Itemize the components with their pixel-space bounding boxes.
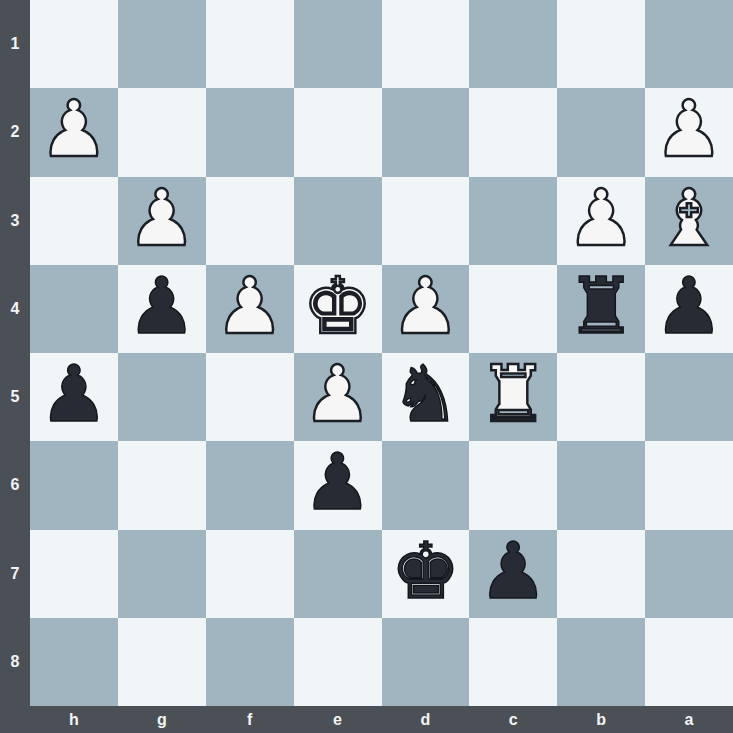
rank-label-3: 3: [0, 177, 30, 265]
black-pawn[interactable]: ♟: [39, 355, 109, 433]
square-f8[interactable]: [206, 618, 294, 706]
white-pawn[interactable]: ♟: [654, 90, 724, 168]
square-c7[interactable]: ♟: [469, 530, 557, 618]
file-label-c: c: [469, 706, 557, 733]
square-a3[interactable]: ♝: [645, 177, 733, 265]
square-c1[interactable]: [469, 0, 557, 88]
square-h7[interactable]: [30, 530, 118, 618]
file-label-g: g: [118, 706, 206, 733]
square-h3[interactable]: [30, 177, 118, 265]
square-a2[interactable]: ♟: [645, 88, 733, 176]
square-c2[interactable]: [469, 88, 557, 176]
rank-label-5: 5: [0, 353, 30, 441]
rank-label-2: 2: [0, 88, 30, 176]
square-b5[interactable]: [557, 353, 645, 441]
file-labels: h g f e d c b a: [30, 706, 733, 733]
file-label-b: b: [557, 706, 645, 733]
square-e4[interactable]: ♚: [294, 265, 382, 353]
rank-labels: 1 2 3 4 5 6 7 8: [0, 0, 30, 706]
square-b4[interactable]: ♜: [557, 265, 645, 353]
white-bishop[interactable]: ♝: [654, 179, 724, 257]
file-label-h: h: [30, 706, 118, 733]
square-g1[interactable]: [118, 0, 206, 88]
square-b6[interactable]: [557, 441, 645, 529]
square-h5[interactable]: ♟: [30, 353, 118, 441]
square-d3[interactable]: [382, 177, 470, 265]
square-b7[interactable]: [557, 530, 645, 618]
square-e3[interactable]: [294, 177, 382, 265]
square-f3[interactable]: [206, 177, 294, 265]
chess-diagram: 1 2 3 4 5 6 7 8 ♟♟♟♟♝♟♟♚♟♜♟♟♟♞♜♟♚♟ h g f…: [0, 0, 733, 733]
square-e7[interactable]: [294, 530, 382, 618]
white-pawn[interactable]: ♟: [39, 90, 109, 168]
square-c8[interactable]: [469, 618, 557, 706]
file-label-a: a: [645, 706, 733, 733]
white-pawn[interactable]: ♟: [215, 267, 285, 345]
black-king[interactable]: ♚: [390, 532, 460, 610]
rank-label-8: 8: [0, 618, 30, 706]
white-king[interactable]: ♚: [303, 267, 373, 345]
square-h6[interactable]: [30, 441, 118, 529]
square-h4[interactable]: [30, 265, 118, 353]
square-e2[interactable]: [294, 88, 382, 176]
square-e8[interactable]: [294, 618, 382, 706]
square-e1[interactable]: [294, 0, 382, 88]
square-d7[interactable]: ♚: [382, 530, 470, 618]
file-label-e: e: [294, 706, 382, 733]
rank-label-4: 4: [0, 265, 30, 353]
square-g5[interactable]: [118, 353, 206, 441]
square-h8[interactable]: [30, 618, 118, 706]
black-pawn[interactable]: ♟: [654, 267, 724, 345]
black-knight[interactable]: ♞: [390, 355, 460, 433]
white-pawn[interactable]: ♟: [566, 179, 636, 257]
white-pawn[interactable]: ♟: [303, 355, 373, 433]
square-d2[interactable]: [382, 88, 470, 176]
square-e5[interactable]: ♟: [294, 353, 382, 441]
square-b8[interactable]: [557, 618, 645, 706]
square-d6[interactable]: [382, 441, 470, 529]
square-f7[interactable]: [206, 530, 294, 618]
square-f6[interactable]: [206, 441, 294, 529]
black-pawn[interactable]: ♟: [303, 443, 373, 521]
rank-label-7: 7: [0, 530, 30, 618]
square-c6[interactable]: [469, 441, 557, 529]
white-pawn[interactable]: ♟: [127, 179, 197, 257]
square-h2[interactable]: ♟: [30, 88, 118, 176]
square-b1[interactable]: [557, 0, 645, 88]
square-c3[interactable]: [469, 177, 557, 265]
black-pawn[interactable]: ♟: [478, 532, 548, 610]
square-g7[interactable]: [118, 530, 206, 618]
rank-label-1: 1: [0, 0, 30, 88]
file-label-d: d: [382, 706, 470, 733]
square-a5[interactable]: [645, 353, 733, 441]
square-c4[interactable]: [469, 265, 557, 353]
square-d4[interactable]: ♟: [382, 265, 470, 353]
square-f4[interactable]: ♟: [206, 265, 294, 353]
square-g8[interactable]: [118, 618, 206, 706]
square-g2[interactable]: [118, 88, 206, 176]
white-pawn[interactable]: ♟: [390, 267, 460, 345]
square-d5[interactable]: ♞: [382, 353, 470, 441]
square-c5[interactable]: ♜: [469, 353, 557, 441]
square-f1[interactable]: [206, 0, 294, 88]
black-rook[interactable]: ♜: [566, 267, 636, 345]
square-a7[interactable]: [645, 530, 733, 618]
square-b2[interactable]: [557, 88, 645, 176]
square-a1[interactable]: [645, 0, 733, 88]
file-label-f: f: [206, 706, 294, 733]
square-e6[interactable]: ♟: [294, 441, 382, 529]
square-g6[interactable]: [118, 441, 206, 529]
square-d1[interactable]: [382, 0, 470, 88]
square-a6[interactable]: [645, 441, 733, 529]
square-a4[interactable]: ♟: [645, 265, 733, 353]
square-g4[interactable]: ♟: [118, 265, 206, 353]
rank-label-6: 6: [0, 441, 30, 529]
black-pawn[interactable]: ♟: [127, 267, 197, 345]
white-rook[interactable]: ♜: [478, 355, 548, 433]
square-f5[interactable]: [206, 353, 294, 441]
square-f2[interactable]: [206, 88, 294, 176]
chess-board: ♟♟♟♟♝♟♟♚♟♜♟♟♟♞♜♟♚♟: [30, 0, 733, 706]
square-g3[interactable]: ♟: [118, 177, 206, 265]
board-frame-corner: [0, 706, 30, 733]
square-h1[interactable]: [30, 0, 118, 88]
square-a8[interactable]: [645, 618, 733, 706]
square-b3[interactable]: ♟: [557, 177, 645, 265]
square-d8[interactable]: [382, 618, 470, 706]
